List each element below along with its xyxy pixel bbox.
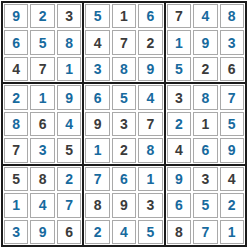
cell-r5c6[interactable]: 7	[138, 112, 162, 136]
cell-r9c2[interactable]: 9	[30, 220, 54, 244]
cell-r2c8[interactable]: 9	[193, 30, 217, 54]
cell-r2c6[interactable]: 2	[138, 30, 162, 54]
cell-r5c5[interactable]: 3	[112, 112, 136, 136]
cell-r5c4[interactable]: 9	[85, 112, 109, 136]
cell-r5c7[interactable]: 2	[167, 112, 191, 136]
cell-r2c7[interactable]: 1	[167, 30, 191, 54]
cell-r9c4[interactable]: 2	[85, 220, 109, 244]
cell-r4c2[interactable]: 1	[30, 85, 54, 109]
cell-r8c5[interactable]: 9	[112, 193, 136, 217]
cell-r5c8[interactable]: 1	[193, 112, 217, 136]
cell-r4c3[interactable]: 9	[57, 85, 81, 109]
cell-r4c9[interactable]: 7	[220, 85, 244, 109]
cell-r4c1[interactable]: 2	[4, 85, 28, 109]
sudoku-board: 9236584715164723897481935262198647356549…	[1, 1, 247, 247]
cell-r7c8[interactable]: 3	[193, 167, 217, 191]
cell-r7c2[interactable]: 8	[30, 167, 54, 191]
cell-r1c8[interactable]: 4	[193, 4, 217, 28]
cell-r8c7[interactable]: 6	[167, 193, 191, 217]
cell-r3c7[interactable]: 5	[167, 57, 191, 81]
cell-r2c2[interactable]: 5	[30, 30, 54, 54]
cell-r9c5[interactable]: 4	[112, 220, 136, 244]
cell-r9c8[interactable]: 7	[193, 220, 217, 244]
cell-r8c1[interactable]: 1	[4, 193, 28, 217]
cell-r3c1[interactable]: 4	[4, 57, 28, 81]
cell-r7c9[interactable]: 4	[220, 167, 244, 191]
cell-r1c3[interactable]: 3	[57, 4, 81, 28]
cell-r4c8[interactable]: 8	[193, 85, 217, 109]
cell-r2c4[interactable]: 4	[85, 30, 109, 54]
cell-r4c7[interactable]: 3	[167, 85, 191, 109]
cell-r5c1[interactable]: 8	[4, 112, 28, 136]
cell-r2c9[interactable]: 3	[220, 30, 244, 54]
cell-r9c1[interactable]: 3	[4, 220, 28, 244]
cell-r9c9[interactable]: 1	[220, 220, 244, 244]
cell-r5c9[interactable]: 5	[220, 112, 244, 136]
cell-r4c4[interactable]: 6	[85, 85, 109, 109]
cell-r6c3[interactable]: 5	[57, 138, 81, 162]
cell-r2c3[interactable]: 8	[57, 30, 81, 54]
cell-r7c1[interactable]: 5	[4, 167, 28, 191]
cell-r6c4[interactable]: 1	[85, 138, 109, 162]
cell-r1c2[interactable]: 2	[30, 4, 54, 28]
cell-r5c2[interactable]: 6	[30, 112, 54, 136]
cell-r3c3[interactable]: 1	[57, 57, 81, 81]
cell-r9c7[interactable]: 8	[167, 220, 191, 244]
cell-r6c1[interactable]: 7	[4, 138, 28, 162]
cell-r8c4[interactable]: 8	[85, 193, 109, 217]
cell-r3c9[interactable]: 6	[220, 57, 244, 81]
cell-r1c4[interactable]: 5	[85, 4, 109, 28]
sudoku-box-1: 923658471	[3, 3, 82, 82]
sudoku-box-5: 654937128	[84, 84, 163, 163]
cell-r5c3[interactable]: 4	[57, 112, 81, 136]
cell-r9c3[interactable]: 6	[57, 220, 81, 244]
sudoku-box-2: 516472389	[84, 3, 163, 82]
sudoku-box-6: 387215469	[166, 84, 245, 163]
cell-r1c5[interactable]: 1	[112, 4, 136, 28]
cell-r8c3[interactable]: 7	[57, 193, 81, 217]
sudoku-box-4: 219864735	[3, 84, 82, 163]
cell-r7c3[interactable]: 2	[57, 167, 81, 191]
cell-r8c8[interactable]: 5	[193, 193, 217, 217]
cell-r2c5[interactable]: 7	[112, 30, 136, 54]
cell-r3c2[interactable]: 7	[30, 57, 54, 81]
cell-r6c6[interactable]: 8	[138, 138, 162, 162]
cell-r6c9[interactable]: 9	[220, 138, 244, 162]
cell-r3c5[interactable]: 8	[112, 57, 136, 81]
cell-r6c2[interactable]: 3	[30, 138, 54, 162]
cell-r7c4[interactable]: 7	[85, 167, 109, 191]
cell-r6c7[interactable]: 4	[167, 138, 191, 162]
cell-r3c4[interactable]: 3	[85, 57, 109, 81]
cell-r1c1[interactable]: 9	[4, 4, 28, 28]
cell-r7c5[interactable]: 6	[112, 167, 136, 191]
sudoku-box-9: 934652871	[166, 166, 245, 245]
cell-r6c5[interactable]: 2	[112, 138, 136, 162]
cell-r8c9[interactable]: 2	[220, 193, 244, 217]
cell-r3c8[interactable]: 2	[193, 57, 217, 81]
cell-r8c6[interactable]: 3	[138, 193, 162, 217]
cell-r4c5[interactable]: 5	[112, 85, 136, 109]
cell-r8c2[interactable]: 4	[30, 193, 54, 217]
cell-r1c7[interactable]: 7	[167, 4, 191, 28]
cell-r7c7[interactable]: 9	[167, 167, 191, 191]
sudoku-box-8: 761893245	[84, 166, 163, 245]
cell-r1c9[interactable]: 8	[220, 4, 244, 28]
sudoku-box-3: 748193526	[166, 3, 245, 82]
cell-r9c6[interactable]: 5	[138, 220, 162, 244]
cell-r7c6[interactable]: 1	[138, 167, 162, 191]
cell-r6c8[interactable]: 6	[193, 138, 217, 162]
cell-r2c1[interactable]: 6	[4, 30, 28, 54]
sudoku-box-7: 582147396	[3, 166, 82, 245]
cell-r1c6[interactable]: 6	[138, 4, 162, 28]
cell-r3c6[interactable]: 9	[138, 57, 162, 81]
cell-r4c6[interactable]: 4	[138, 85, 162, 109]
